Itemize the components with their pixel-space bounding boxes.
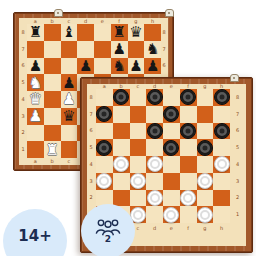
checkers-square-e2 [163, 190, 180, 207]
coord-label: e [163, 226, 180, 231]
coord-label: b [113, 84, 130, 89]
chess-square-d7 [77, 41, 94, 58]
hanger-tab [54, 9, 63, 17]
checkers-square-f8 [180, 89, 197, 106]
chess-square-b4 [44, 91, 61, 108]
coord-label: 6 [19, 58, 27, 75]
chess-square-h7: ♞ [144, 41, 161, 58]
coord-label: g [197, 226, 214, 231]
checker-white-g1 [197, 207, 213, 223]
checkers-square-g2 [197, 190, 214, 207]
checker-white-d4 [147, 156, 163, 172]
chess-square-d8 [77, 24, 94, 41]
chess-square-g8: ♛ [128, 24, 145, 41]
chess-piece-black-g6: ♟ [129, 58, 142, 74]
checkers-square-c2 [130, 190, 147, 207]
chess-square-c1 [61, 141, 78, 158]
coord-label: 7 [87, 106, 95, 123]
chess-square-b5 [44, 74, 61, 91]
age-badge: 14+ [3, 209, 67, 256]
coord-label: f [180, 84, 197, 89]
coord-label: 8 [19, 24, 27, 41]
coord-label: h [213, 84, 230, 89]
chess-piece-black-h6: ♟ [146, 58, 159, 74]
coord-label: 3 [87, 173, 95, 190]
coord-label: h [144, 19, 161, 24]
chess-piece-white-a4: ♛ [29, 91, 42, 107]
coord-label: b [44, 159, 61, 164]
checkers-square-d4 [146, 156, 163, 173]
coord-label: 3 [231, 173, 244, 190]
coord-label: 7 [19, 41, 27, 58]
checkers-square-c4 [130, 156, 147, 173]
chess-square-e8 [94, 24, 111, 41]
chess-square-c4: ♟ [61, 91, 78, 108]
checkers-square-f1 [180, 206, 197, 223]
chess-square-a6: ♟ [27, 58, 44, 75]
coord-label: g [197, 84, 214, 89]
coord-label: 7 [160, 41, 168, 58]
checkers-grid [96, 89, 230, 223]
coord-label: 6 [160, 58, 168, 75]
chess-piece-white-c4: ♟ [62, 91, 75, 107]
checkers-square-a6 [96, 123, 113, 140]
coord-label: a [96, 84, 113, 89]
checkers-square-e1 [163, 206, 180, 223]
coord-label: 4 [19, 91, 27, 108]
chess-square-a1 [27, 141, 44, 158]
checkers-square-e7 [163, 106, 180, 123]
checkers-square-a5 [96, 139, 113, 156]
chess-piece-white-b1: ♜ [45, 142, 58, 158]
coord-label: 5 [231, 139, 244, 156]
checkers-square-a3 [96, 173, 113, 190]
checkers-square-c6 [130, 123, 147, 140]
checker-white-g3 [197, 173, 213, 189]
chess-square-a3: ♟ [27, 108, 44, 125]
chess-square-e7 [94, 41, 111, 58]
chess-square-d6: ♟ [77, 58, 94, 75]
chess-square-c7 [61, 41, 78, 58]
checkers-square-f2 [180, 190, 197, 207]
checkers-rank-labels-left: 87654321 [87, 89, 95, 223]
checkers-square-f6 [180, 123, 197, 140]
checkers-square-e5 [163, 139, 180, 156]
checkers-square-e3 [163, 173, 180, 190]
coord-label: c [130, 84, 147, 89]
coord-label: c [61, 159, 78, 164]
chess-square-c2 [61, 125, 78, 142]
checker-dark-f8 [180, 89, 196, 105]
chess-piece-black-c8: ♝ [62, 24, 75, 40]
chess-square-b2 [44, 125, 61, 142]
chess-piece-black-c3: ♛ [62, 108, 75, 124]
checkers-square-h1 [213, 206, 230, 223]
coord-label: 5 [87, 139, 95, 156]
checkers-square-d5 [146, 139, 163, 156]
chess-square-g7 [128, 41, 145, 58]
checkers-square-h2 [213, 190, 230, 207]
checker-dark-e7 [163, 106, 179, 122]
chess-square-c3: ♛ [61, 108, 78, 125]
chess-square-b8 [44, 24, 61, 41]
checkers-square-h8 [213, 89, 230, 106]
chess-piece-white-a3: ♟ [29, 108, 42, 124]
chess-piece-black-f8: ♜ [112, 24, 125, 40]
chess-square-a5: ♞ [27, 74, 44, 91]
checkers-square-c8 [130, 89, 147, 106]
chess-square-f6: ♞ [111, 58, 128, 75]
checker-white-h4 [214, 156, 230, 172]
checkers-square-h4 [213, 156, 230, 173]
chess-rank-labels-left: 87654321 [19, 24, 27, 158]
chess-square-a8: ♜ [27, 24, 44, 41]
coord-label: e [94, 19, 111, 24]
coord-label: 3 [19, 108, 27, 125]
coord-label: 8 [87, 89, 95, 106]
coord-label: 1 [231, 206, 244, 223]
checkers-square-f5 [180, 139, 197, 156]
checkers-square-a4 [96, 156, 113, 173]
checkers-square-g7 [197, 106, 214, 123]
coord-label: d [77, 19, 94, 24]
checkers-square-d8 [146, 89, 163, 106]
chess-square-h8 [144, 24, 161, 41]
players-count: 2 [105, 235, 111, 244]
checkers-square-b4 [113, 156, 130, 173]
checker-dark-b8 [113, 89, 129, 105]
age-badge-label: 14+ [18, 227, 51, 245]
checkers-square-g3 [197, 173, 214, 190]
checkers-square-f3 [180, 173, 197, 190]
chess-piece-black-a6: ♟ [29, 58, 42, 74]
checkers-square-g5 [197, 139, 214, 156]
checkers-square-d6 [146, 123, 163, 140]
checker-white-f2 [180, 190, 196, 206]
hanger-tab [230, 74, 239, 82]
chess-piece-black-c5: ♟ [62, 75, 75, 91]
coord-label: f [180, 226, 197, 231]
chess-piece-black-f6: ♞ [112, 58, 125, 74]
checkers-square-h5 [213, 139, 230, 156]
checker-dark-e5 [163, 140, 179, 156]
checkers-square-h3 [213, 173, 230, 190]
checkers-square-e4 [163, 156, 180, 173]
chess-piece-black-d6: ♟ [79, 58, 92, 74]
chess-piece-black-a8: ♜ [29, 24, 42, 40]
checker-dark-f6 [180, 123, 196, 139]
checker-white-c3 [130, 173, 146, 189]
checker-dark-g5 [197, 140, 213, 156]
checkers-square-b8 [113, 89, 130, 106]
checkers-square-a7 [96, 106, 113, 123]
coord-label: 6 [87, 123, 95, 140]
chess-square-f7: ♟ [111, 41, 128, 58]
checkers-square-h7 [213, 106, 230, 123]
coord-label: 5 [19, 74, 27, 91]
checker-dark-a7 [96, 106, 112, 122]
checkers-square-d3 [146, 173, 163, 190]
checkers-square-d2 [146, 190, 163, 207]
checkers-square-b5 [113, 139, 130, 156]
checkers-rank-labels-right: 87654321 [231, 89, 244, 223]
coord-label: 4 [231, 156, 244, 173]
checkers-square-g6 [197, 123, 214, 140]
chess-square-c8: ♝ [61, 24, 78, 41]
checker-dark-h6 [214, 123, 230, 139]
checkers-square-g1 [197, 206, 214, 223]
coord-label: 1 [19, 141, 27, 158]
checker-dark-d6 [147, 123, 163, 139]
coord-label: 4 [87, 156, 95, 173]
coord-label: a [27, 159, 44, 164]
chess-square-c6 [61, 58, 78, 75]
checker-white-d2 [147, 190, 163, 206]
checkers-square-e6 [163, 123, 180, 140]
checkers-square-d1 [146, 206, 163, 223]
coord-label: h [213, 226, 230, 231]
checkers-square-f4 [180, 156, 197, 173]
checker-white-b4 [113, 156, 129, 172]
checkers-square-a8 [96, 89, 113, 106]
coord-label: d [146, 226, 163, 231]
coord-label: 8 [160, 24, 168, 41]
checkers-square-b7 [113, 106, 130, 123]
coord-label: 2 [231, 190, 244, 207]
coord-label: 2 [87, 190, 95, 207]
hanger-tab [165, 9, 174, 17]
coord-label: 6 [231, 123, 244, 140]
checker-white-a3 [96, 173, 112, 189]
chess-piece-black-f7: ♟ [112, 41, 125, 57]
checkers-square-c3 [130, 173, 147, 190]
checker-dark-h8 [214, 89, 230, 105]
chess-square-b1: ♜ [44, 141, 61, 158]
chess-square-b6 [44, 58, 61, 75]
checkers-square-f7 [180, 106, 197, 123]
coord-label: d [146, 84, 163, 89]
chess-square-e6 [94, 58, 111, 75]
chess-square-f8: ♜ [111, 24, 128, 41]
checkers-square-e8 [163, 89, 180, 106]
checker-dark-a5 [96, 140, 112, 156]
checkers-square-c5 [130, 139, 147, 156]
chess-square-h6: ♟ [144, 58, 161, 75]
checkers-square-b6 [113, 123, 130, 140]
checkers-square-d7 [146, 106, 163, 123]
checkers-square-b2 [113, 190, 130, 207]
chess-square-b3 [44, 108, 61, 125]
coord-label: 2 [19, 125, 27, 142]
chess-square-b7 [44, 41, 61, 58]
chess-piece-white-a5: ♞ [29, 75, 42, 91]
checkers-square-g8 [197, 89, 214, 106]
checkers-square-c7 [130, 106, 147, 123]
checkers-square-b3 [113, 173, 130, 190]
chess-square-c5: ♟ [61, 74, 78, 91]
coord-label: b [44, 19, 61, 24]
coord-label: 7 [231, 106, 244, 123]
chess-piece-black-h7: ♞ [146, 41, 159, 57]
chess-square-a2 [27, 125, 44, 142]
coord-label: e [163, 84, 180, 89]
checkers-square-h6 [213, 123, 230, 140]
players-badge: 2 [81, 204, 135, 256]
chess-square-a4: ♛ [27, 91, 44, 108]
chess-piece-black-g8: ♛ [129, 24, 142, 40]
chess-square-a7 [27, 41, 44, 58]
checker-dark-d8 [147, 89, 163, 105]
product-illustration: abcdefgh abcdefgh 87654321 87654321 ♜♝♜♛… [0, 0, 256, 256]
coord-label: 8 [231, 89, 244, 106]
chess-square-g6: ♟ [128, 58, 145, 75]
checkers-square-g4 [197, 156, 214, 173]
checker-white-e1 [163, 207, 179, 223]
